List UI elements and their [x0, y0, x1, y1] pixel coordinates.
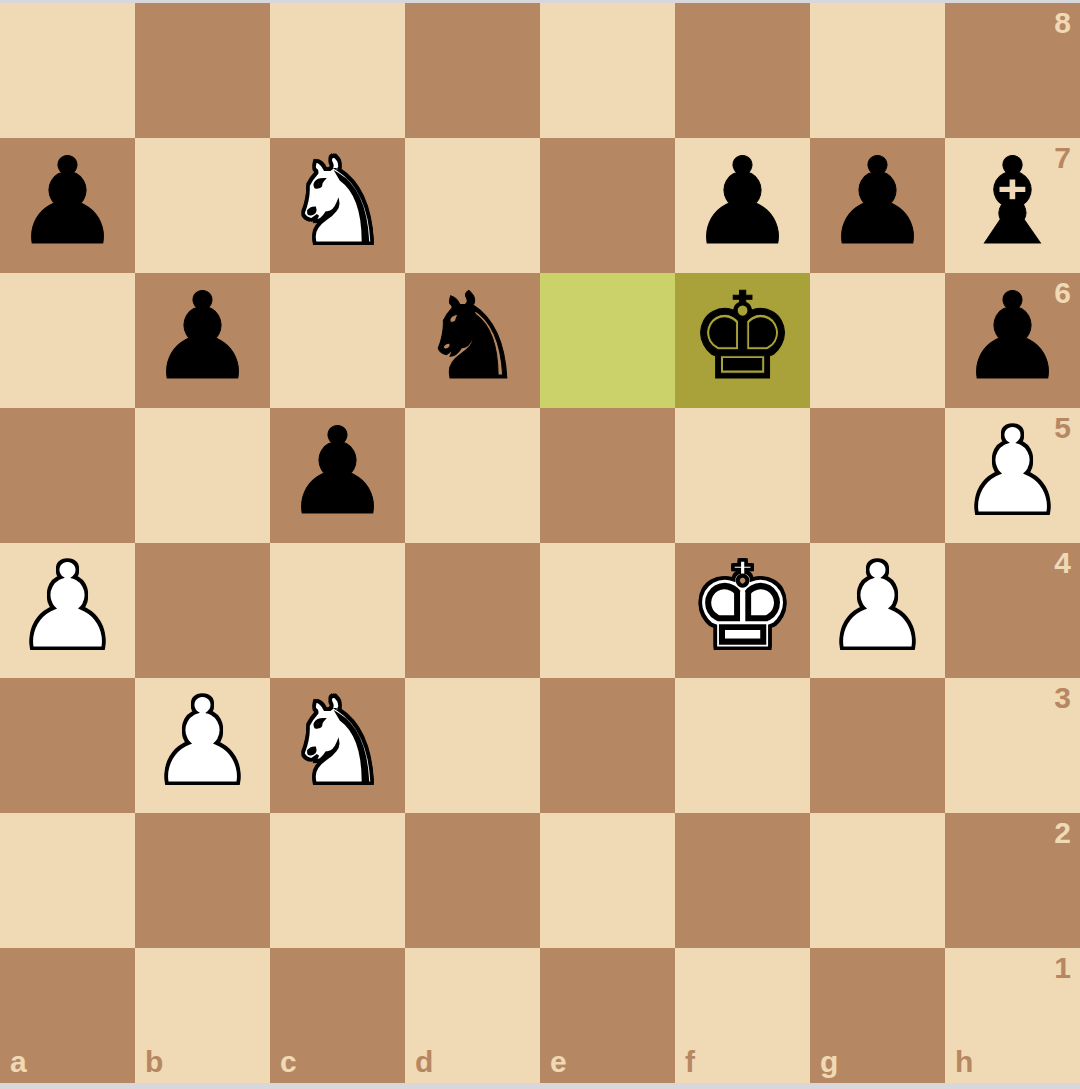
square-e3[interactable]	[540, 678, 675, 813]
rank-label-5: 5	[1054, 413, 1071, 443]
square-d7[interactable]	[405, 138, 540, 273]
square-e4[interactable]	[540, 543, 675, 678]
square-b5[interactable]	[135, 408, 270, 543]
rank-label-4: 4	[1054, 548, 1071, 578]
square-a7[interactable]: ♟	[0, 138, 135, 273]
square-a5[interactable]	[0, 408, 135, 543]
black-bishop[interactable]: ♝	[959, 134, 1067, 269]
square-f6[interactable]: ♚	[675, 273, 810, 408]
file-label-b: b	[145, 1047, 163, 1077]
square-b8[interactable]	[135, 3, 270, 138]
square-h4[interactable]: 4	[945, 543, 1080, 678]
square-e5[interactable]	[540, 408, 675, 543]
square-d2[interactable]	[405, 813, 540, 948]
square-a6[interactable]	[0, 273, 135, 408]
square-e7[interactable]	[540, 138, 675, 273]
white-pawn[interactable]: ♟	[14, 539, 122, 674]
black-pawn[interactable]: ♟	[959, 269, 1067, 404]
file-label-a: a	[10, 1047, 27, 1077]
square-e2[interactable]	[540, 813, 675, 948]
square-d8[interactable]	[405, 3, 540, 138]
square-b2[interactable]	[135, 813, 270, 948]
square-b4[interactable]	[135, 543, 270, 678]
rank-label-6: 6	[1054, 278, 1071, 308]
file-label-d: d	[415, 1047, 433, 1077]
rank-label-8: 8	[1054, 8, 1071, 38]
file-label-g: g	[820, 1047, 838, 1077]
file-label-f: f	[685, 1047, 695, 1077]
square-a8[interactable]	[0, 3, 135, 138]
square-g3[interactable]	[810, 678, 945, 813]
square-a3[interactable]	[0, 678, 135, 813]
square-e1[interactable]: e	[540, 948, 675, 1083]
square-h6[interactable]: ♟6	[945, 273, 1080, 408]
square-h2[interactable]: 2	[945, 813, 1080, 948]
square-h8[interactable]: 8	[945, 3, 1080, 138]
square-a2[interactable]	[0, 813, 135, 948]
square-f2[interactable]	[675, 813, 810, 948]
square-a1[interactable]: a	[0, 948, 135, 1083]
square-f4[interactable]: ♚	[675, 543, 810, 678]
black-king[interactable]: ♚	[689, 269, 797, 404]
square-c6[interactable]	[270, 273, 405, 408]
rank-label-1: 1	[1054, 953, 1071, 983]
square-f5[interactable]	[675, 408, 810, 543]
square-d4[interactable]	[405, 543, 540, 678]
square-g8[interactable]	[810, 3, 945, 138]
black-pawn[interactable]: ♟	[149, 269, 257, 404]
square-d6[interactable]: ♞	[405, 273, 540, 408]
square-f1[interactable]: f	[675, 948, 810, 1083]
black-pawn[interactable]: ♟	[689, 134, 797, 269]
black-pawn[interactable]: ♟	[824, 134, 932, 269]
white-knight[interactable]: ♞	[284, 134, 392, 269]
square-c3[interactable]: ♞	[270, 678, 405, 813]
white-king[interactable]: ♚	[689, 539, 797, 674]
square-g2[interactable]	[810, 813, 945, 948]
square-c2[interactable]	[270, 813, 405, 948]
black-knight[interactable]: ♞	[419, 269, 527, 404]
white-pawn[interactable]: ♟	[824, 539, 932, 674]
square-d3[interactable]	[405, 678, 540, 813]
page-background: 8♟♞♟♟♝7♟♞♚♟6♟♟5♟♚♟4♟♞32abcdefgh1	[0, 0, 1080, 1089]
square-c4[interactable]	[270, 543, 405, 678]
square-h1[interactable]: h1	[945, 948, 1080, 1083]
square-b6[interactable]: ♟	[135, 273, 270, 408]
rank-label-2: 2	[1054, 818, 1071, 848]
square-g4[interactable]: ♟	[810, 543, 945, 678]
black-pawn[interactable]: ♟	[14, 134, 122, 269]
rank-label-7: 7	[1054, 143, 1071, 173]
square-c8[interactable]	[270, 3, 405, 138]
square-g6[interactable]	[810, 273, 945, 408]
square-g1[interactable]: g	[810, 948, 945, 1083]
square-b3[interactable]: ♟	[135, 678, 270, 813]
square-a4[interactable]: ♟	[0, 543, 135, 678]
square-d5[interactable]	[405, 408, 540, 543]
square-f3[interactable]	[675, 678, 810, 813]
rank-label-3: 3	[1054, 683, 1071, 713]
black-pawn[interactable]: ♟	[284, 404, 392, 539]
square-c5[interactable]: ♟	[270, 408, 405, 543]
square-c7[interactable]: ♞	[270, 138, 405, 273]
square-g7[interactable]: ♟	[810, 138, 945, 273]
chess-board: 8♟♞♟♟♝7♟♞♚♟6♟♟5♟♚♟4♟♞32abcdefgh1	[0, 3, 1080, 1083]
square-d1[interactable]: d	[405, 948, 540, 1083]
square-h5[interactable]: ♟5	[945, 408, 1080, 543]
file-label-e: e	[550, 1047, 567, 1077]
square-c1[interactable]: c	[270, 948, 405, 1083]
square-b1[interactable]: b	[135, 948, 270, 1083]
square-b7[interactable]	[135, 138, 270, 273]
square-h7[interactable]: ♝7	[945, 138, 1080, 273]
white-pawn[interactable]: ♟	[149, 674, 257, 809]
file-label-h: h	[955, 1047, 973, 1077]
white-pawn[interactable]: ♟	[959, 404, 1067, 539]
square-h3[interactable]: 3	[945, 678, 1080, 813]
square-e8[interactable]	[540, 3, 675, 138]
square-g5[interactable]	[810, 408, 945, 543]
square-f8[interactable]	[675, 3, 810, 138]
square-f7[interactable]: ♟	[675, 138, 810, 273]
file-label-c: c	[280, 1047, 297, 1077]
white-knight[interactable]: ♞	[284, 674, 392, 809]
square-e6[interactable]	[540, 273, 675, 408]
